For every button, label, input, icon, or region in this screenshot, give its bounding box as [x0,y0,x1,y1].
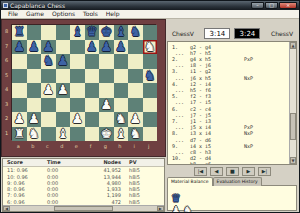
vscroll-thumb[interactable] [290,113,296,140]
white-knight-b1[interactable]: ♞ [27,127,42,142]
vertical-scrollbar[interactable]: ▲ ▼ [289,42,296,165]
rank-label-5: 5 [3,68,10,83]
square-e5[interactable] [70,69,85,84]
white-player-label: ChessV [172,30,203,37]
scroll-down-icon[interactable]: ▼ [290,157,296,164]
move-text: 1. g2 - g4 [172,44,211,50]
square-c1[interactable] [41,127,56,142]
move-list[interactable]: 1. g2 - g4 ... h7 - h52. g4 x h5PxP ... … [167,41,297,166]
square-e3[interactable] [70,98,85,113]
square-i7[interactable] [128,40,143,55]
square-i6[interactable] [128,54,143,69]
move-text: ... d7 - d6 [172,137,211,143]
material-panel: Material Balance Evaluation History ♛ ♟♞ [167,177,297,211]
square-c7[interactable]: ♟ [41,40,56,55]
move-text: 8. i3 x i4 [172,130,211,136]
header-nodes: Nodes [79,159,121,166]
square-j1[interactable] [143,127,158,142]
square-h5[interactable] [114,69,129,84]
move-text: ... c8 - h3 [172,149,211,155]
black-extra-material: ♛ [171,187,293,199]
square-b7[interactable]: ♟ [27,40,42,55]
square-h7[interactable]: ♟ [114,40,129,55]
square-g8[interactable]: ♚ [99,25,114,40]
move-text: ... j6 x h5 [172,75,211,81]
square-d4[interactable]: ♟ [56,83,71,98]
menu-file[interactable]: File [4,10,22,18]
square-h8[interactable]: ♝ [114,25,129,40]
scroll-thumb[interactable] [54,206,113,211]
square-d3[interactable] [56,98,71,113]
square-i8[interactable]: ♞ [128,25,143,40]
white-pawn-c4[interactable]: ♟ [41,83,56,98]
square-b6[interactable] [27,54,42,69]
square-c2[interactable] [41,112,56,127]
file-label-h: h [113,142,128,150]
tab-material-balance[interactable]: Material Balance [167,177,213,186]
menu-help[interactable]: Help [102,10,124,18]
square-a3[interactable] [12,98,27,113]
move-text: 5. f2 - f3 [172,93,211,99]
previous-move-button[interactable]: ◀ [210,167,223,176]
engine-output-table: Score Time Nodes PV 11: 0.960:0041,952h8… [2,158,165,212]
square-d1[interactable]: ♝ [56,127,71,142]
white-bishop-h1[interactable]: ♝ [114,127,129,142]
square-f4[interactable] [85,83,100,98]
square-h6[interactable] [114,54,129,69]
square-j5[interactable]: ♞ [143,69,158,84]
square-d5[interactable] [56,69,71,84]
square-d8[interactable] [56,25,71,40]
black-pawn-c7[interactable]: ♟ [41,40,56,55]
close-button[interactable]: × [279,2,297,9]
black-pawn-d6[interactable]: ♟ [56,54,71,69]
square-c4[interactable]: ♟ [41,83,56,98]
game-navigation: |◀◀■▶▶| [166,165,299,177]
stop-button[interactable]: ■ [226,167,239,176]
white-bishop-d1[interactable]: ♝ [56,127,71,142]
white-rook-a1[interactable]: ♜ [12,127,27,142]
black-queen-f8[interactable]: ♛ [85,25,100,40]
material-balance-display: ♛ ♟♞ [167,185,297,211]
white-king-g1[interactable]: ♚ [99,127,114,142]
square-e1[interactable] [70,127,85,142]
white-pawn-e2[interactable]: ♟ [70,112,85,127]
app-icon [3,3,8,8]
black-player-label: ChessV [262,30,293,37]
square-b1[interactable]: ♞ [27,127,42,142]
square-f3[interactable] [85,98,100,113]
square-a8[interactable]: ♜ [12,25,27,40]
move-text: 2. g4 x h5 [172,56,211,62]
file-label-f: f [84,142,99,150]
white-clock: 3:14 [204,28,230,39]
square-g6[interactable] [99,54,114,69]
square-e7[interactable] [70,40,85,55]
file-label-d: d [55,142,70,150]
white-extra-knight-icon: ♞ [183,205,195,213]
square-e8[interactable]: ♝ [70,25,85,40]
file-labels: abcdefghij [11,142,156,150]
white-knight-j7[interactable]: ♞ [143,40,158,55]
square-i2[interactable]: ♟ [128,112,143,127]
move-text: ... h7 - h5 [172,50,211,56]
square-f5[interactable] [85,69,100,84]
square-j2[interactable] [143,112,158,127]
scroll-track[interactable] [10,206,157,211]
black-king-g8[interactable]: ♚ [99,25,114,40]
black-knight-i8[interactable]: ♞ [128,25,143,40]
move-text: ... b8 - c6 [172,161,211,165]
square-j6[interactable] [143,54,158,69]
square-a5[interactable] [12,69,27,84]
black-knight-c6[interactable]: ♞ [41,54,56,69]
white-pawn-i2[interactable]: ♟ [128,112,143,127]
square-g7[interactable]: ♟ [99,40,114,55]
first-move-button[interactable]: |◀ [194,167,207,176]
file-label-a: a [11,142,26,150]
black-clock: 3:24 [234,28,260,39]
square-c3[interactable] [41,98,56,113]
black-pawn-h7[interactable]: ♟ [114,40,129,55]
file-label-g: g [98,142,113,150]
move-text: ... i7 - i5 [172,99,211,105]
black-pawn-b7[interactable]: ♟ [27,40,42,55]
square-h1[interactable]: ♝ [114,127,129,142]
minimize-button[interactable]: – [251,2,264,9]
horizontal-scrollbar[interactable]: ◀ ▶ [3,205,164,211]
move-text: 3. i1 - g2 [172,68,211,74]
move-text: ... j5 x i4 [172,124,211,130]
square-j8[interactable] [143,25,158,40]
move-text: 9. i4 x i5 [172,143,211,149]
black-bishop-h8[interactable]: ♝ [114,25,129,40]
scroll-up-icon[interactable]: ▲ [290,42,296,49]
black-pawn-a7[interactable]: ♟ [12,40,27,55]
header-time: Time [47,159,79,166]
square-d6[interactable]: ♟ [56,54,71,69]
square-e6[interactable] [70,54,85,69]
rank-label-6: 6 [3,53,10,68]
square-j3[interactable] [143,98,158,113]
file-label-e: e [69,142,84,150]
move-text: 6. c2 - c4 [172,106,211,112]
rank-label-3: 3 [3,97,10,112]
square-g3[interactable]: ♟ [99,98,114,113]
square-b3[interactable] [27,98,42,113]
black-bishop-e8[interactable]: ♝ [70,25,85,40]
app-window: Capablanca Chess – □ × FileGameOptionsTo… [0,0,300,213]
square-i5[interactable] [128,69,143,84]
square-g1[interactable]: ♚ [99,127,114,142]
white-knight-i1[interactable]: ♞ [128,127,143,142]
engine-rows: 11: 0.960:0041,952h8i510: 0.960:0013,944… [3,167,164,205]
square-b5[interactable] [27,69,42,84]
move-text: 7. j1 - i3 [172,118,211,124]
white-extra-material: ♟♞ [171,199,293,211]
black-rook-a8[interactable]: ♜ [12,25,27,40]
square-h3[interactable] [114,98,129,113]
white-pawn-d4[interactable]: ♟ [56,83,71,98]
square-e2[interactable]: ♟ [70,112,85,127]
square-f2[interactable] [85,112,100,127]
next-move-button[interactable]: ▶ [242,167,255,176]
menu-options[interactable]: Options [48,10,79,18]
move-text: ... j7 - j5 [172,112,211,118]
menu-tools[interactable]: Tools [79,10,102,18]
rank-label-4: 4 [3,82,10,97]
move-text: ... h5 - f6 [172,87,211,93]
file-label-c: c [40,142,55,150]
square-j4[interactable] [143,83,158,98]
white-extra-pawn-icon: ♟ [171,205,183,213]
square-j7[interactable]: ♞ [143,40,158,55]
square-c5[interactable] [41,69,56,84]
square-g4[interactable] [99,83,114,98]
square-i1[interactable]: ♞ [128,127,143,142]
square-i3[interactable] [128,98,143,113]
square-e4[interactable] [70,83,85,98]
move-text: ... i8 - j6 [172,62,211,68]
file-label-j: j [142,142,157,150]
rank-label-1: 1 [3,126,10,141]
square-a2[interactable]: ♟ [12,112,27,127]
window-title: Capablanca Chess [10,3,65,9]
white-knight-h2[interactable]: ♞ [114,112,129,127]
engine-table-header: Score Time Nodes PV [3,159,164,167]
move-text: 4. i2 - i4 [172,81,211,87]
rank-labels: 87654321 [3,24,10,140]
file-label-b: b [26,142,41,150]
square-h2[interactable]: ♞ [114,112,129,127]
white-pawn-g3[interactable]: ♟ [99,98,114,113]
square-a6[interactable] [12,54,27,69]
square-f8[interactable]: ♛ [85,25,100,40]
square-d7[interactable] [56,40,71,55]
rank-label-7: 7 [3,39,10,54]
square-g2[interactable] [99,112,114,127]
maximize-button[interactable]: □ [265,2,278,9]
square-f1[interactable] [85,127,100,142]
square-b8[interactable] [27,25,42,40]
header-score: Score [3,159,47,166]
board-frame: 87654321 ♜♝♛♚♝♞♟♟♟♟♟♟♞♞♟♞♟♟♟♟♟♟♞♟♜♞♝♚♝♞ … [1,19,166,157]
square-a7[interactable]: ♟ [12,40,27,55]
square-b4[interactable] [27,83,42,98]
move-line-20[interactable]: ... b8 - c6 [172,161,296,165]
square-h4[interactable] [114,83,129,98]
square-f7[interactable]: ♟ [85,40,100,55]
square-a4[interactable] [12,83,27,98]
black-pawn-g7[interactable]: ♟ [99,40,114,55]
rank-label-8: 8 [3,24,10,39]
scroll-left-icon[interactable]: ◀ [3,206,10,211]
square-i4[interactable] [128,83,143,98]
move-text: 10. d2 - d4 [172,155,211,161]
rank-label-2: 2 [3,111,10,126]
menu-bar: FileGameOptionsToolsHelp [1,10,299,19]
chess-board: ♜♝♛♚♝♞♟♟♟♟♟♟♞♞♟♞♟♟♟♟♟♟♞♟♜♞♝♚♝♞ [11,24,156,140]
header-pv: PV [121,159,164,166]
square-a1[interactable]: ♜ [12,127,27,142]
menu-game[interactable]: Game [22,10,48,18]
square-b2[interactable]: ♟ [27,112,42,127]
square-d2[interactable] [56,112,71,127]
last-move-button[interactable]: ▶| [258,167,271,176]
square-f6[interactable] [85,54,100,69]
file-label-i: i [127,142,142,150]
scroll-right-icon[interactable]: ▶ [157,206,164,211]
white-pawn-b2[interactable]: ♟ [27,112,42,127]
black-pawn-f7[interactable]: ♟ [85,40,100,55]
white-pawn-a2[interactable]: ♟ [12,112,27,127]
square-c8[interactable] [41,25,56,40]
title-bar[interactable]: Capablanca Chess – □ × [1,1,299,10]
square-g5[interactable] [99,69,114,84]
black-knight-j5[interactable]: ♞ [143,69,158,84]
clock-row: ChessV 3:14 3:24 ChessV [166,27,299,40]
tab-evaluation-history[interactable]: Evaluation History [213,177,262,186]
square-c6[interactable]: ♞ [41,54,56,69]
